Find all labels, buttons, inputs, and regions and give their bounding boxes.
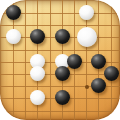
go-board-icon[interactable] [0, 0, 120, 120]
stone-white [30, 90, 45, 105]
stone-black [55, 66, 70, 81]
grid-line-horizontal [0, 25, 120, 26]
stone-white [77, 27, 97, 47]
stone-white [79, 5, 94, 20]
stone-black [91, 78, 106, 93]
star-point [85, 85, 89, 89]
stone-black [67, 54, 82, 69]
grid-line-horizontal [0, 50, 120, 51]
grid-line-horizontal [0, 111, 120, 112]
stone-black [30, 29, 45, 44]
stone-white [6, 29, 21, 44]
grid-line-vertical [111, 0, 112, 120]
stone-black [55, 90, 70, 105]
stone-black [6, 5, 21, 20]
grid-line-vertical [25, 0, 26, 120]
grid-line-vertical [50, 0, 51, 120]
stone-black [91, 54, 106, 69]
stone-black [55, 29, 70, 44]
stone-black [104, 66, 119, 81]
stone-white [30, 66, 45, 81]
